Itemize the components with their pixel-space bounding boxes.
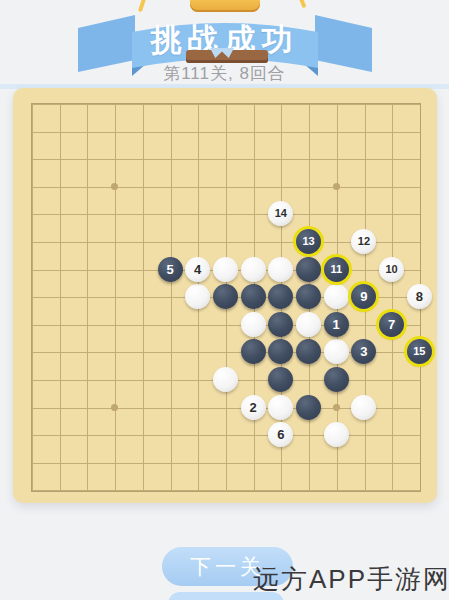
stone-white <box>324 284 349 309</box>
stone-black <box>241 339 266 364</box>
stone-white <box>185 284 210 309</box>
stone-white-move-4: 4 <box>185 257 210 282</box>
stone-white-move-14: 14 <box>268 201 293 226</box>
stone-white <box>351 395 376 420</box>
stone-white <box>296 312 321 337</box>
stone-black-move-1: 1 <box>324 312 349 337</box>
stone-black <box>296 284 321 309</box>
stone-black <box>296 257 321 282</box>
stone-white <box>268 395 293 420</box>
stone-black-move-9: 9 <box>351 284 376 309</box>
stone-black-move-7: 7 <box>379 312 404 337</box>
stone-white <box>324 339 349 364</box>
confetti-streak-icon <box>298 0 307 8</box>
stone-white-move-12: 12 <box>351 229 376 254</box>
stone-black <box>268 284 293 309</box>
stone-black <box>241 284 266 309</box>
stone-white-move-2: 2 <box>241 395 266 420</box>
gomoku-success-screen: { "game": "gomoku", "banner": { "title":… <box>0 0 449 600</box>
stone-white <box>241 312 266 337</box>
stone-black-move-13: 13 <box>296 229 321 254</box>
watermark: 远方APP手游网 <box>253 562 449 597</box>
stone-black <box>268 312 293 337</box>
stones-grid: 123456789101112131415 <box>18 90 434 504</box>
stone-black-move-11: 11 <box>324 257 349 282</box>
level-round-info: 第111关, 8回合 <box>0 62 449 85</box>
stone-white <box>213 367 238 392</box>
stone-white-move-10: 10 <box>379 257 404 282</box>
stone-black <box>324 367 349 392</box>
stone-black-move-3: 3 <box>351 339 376 364</box>
stone-white-move-6: 6 <box>268 422 293 447</box>
stone-black <box>268 367 293 392</box>
stone-black <box>213 284 238 309</box>
stone-white <box>324 422 349 447</box>
stone-black <box>268 339 293 364</box>
stone-white <box>241 257 266 282</box>
stone-white <box>213 257 238 282</box>
stone-white <box>268 257 293 282</box>
stone-black <box>296 395 321 420</box>
game-board[interactable]: 123456789101112131415 <box>13 88 437 503</box>
stone-black-move-5: 5 <box>158 257 183 282</box>
result-banner: 挑战成功 第111关, 8回合 <box>0 0 449 88</box>
stone-white-move-8: 8 <box>407 284 432 309</box>
ribbon-tail-icon <box>210 48 234 58</box>
stone-black-move-15: 15 <box>407 339 432 364</box>
stone-black <box>296 339 321 364</box>
